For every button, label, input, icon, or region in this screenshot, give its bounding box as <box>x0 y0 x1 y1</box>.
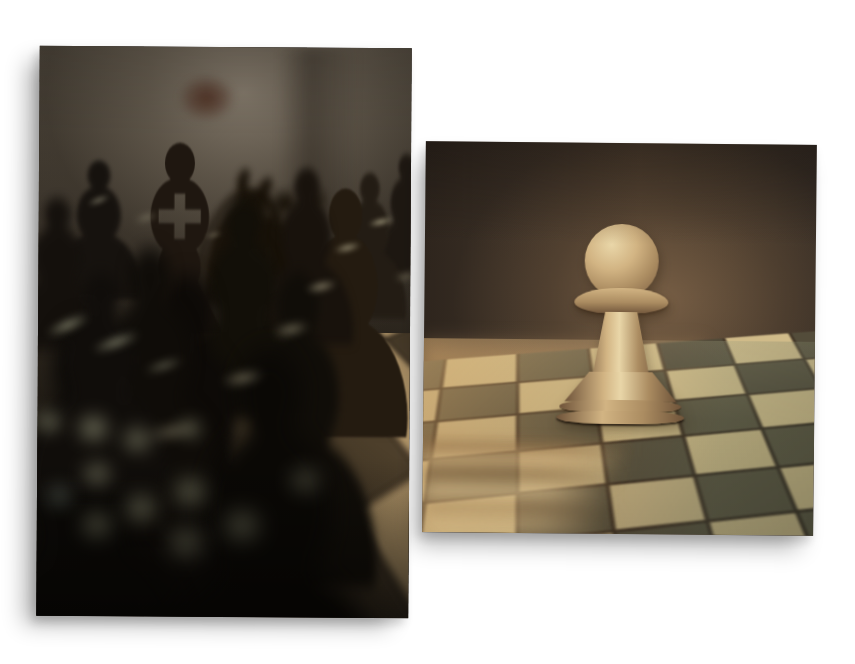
bokeh-highlight <box>36 402 71 442</box>
right-photo <box>422 141 817 536</box>
bokeh-highlight <box>67 405 119 451</box>
bokeh-highlight <box>114 484 168 532</box>
bokeh-highlight <box>211 500 271 552</box>
haze-band <box>422 482 610 504</box>
haze-band <box>422 514 602 534</box>
bokeh-highlight <box>128 207 166 228</box>
bokeh-highlight <box>326 236 368 258</box>
pawn-collar <box>574 287 668 314</box>
bokeh-highlight <box>156 517 214 567</box>
bokeh-highlight <box>80 324 153 362</box>
bokeh-highlight <box>161 466 217 516</box>
bokeh-highlight <box>200 227 227 243</box>
gallery-wall: ♟♟♞♝♜♟♟♟♟♟♟♟♟♟♟♟ <box>0 0 855 664</box>
right-canvas-panel <box>422 141 817 536</box>
bokeh-highlight <box>297 275 345 300</box>
bokeh-highlight <box>135 351 194 380</box>
left-canvas-panel: ♟♟♞♝♜♟♟♟♟♟♟♟♟♟♟♟ <box>36 46 411 618</box>
bokeh-highlight <box>36 306 101 345</box>
bokeh-highlight <box>389 266 412 286</box>
bokeh-highlight <box>81 189 116 211</box>
bokeh-highlight <box>37 476 81 516</box>
bokeh-highlight <box>263 315 319 343</box>
pawn-flare <box>564 371 676 402</box>
pawn-base-lower <box>556 410 684 424</box>
bokeh-highlight <box>280 460 330 502</box>
white-pawn <box>545 223 697 424</box>
bokeh-highlights-layer <box>36 46 411 618</box>
bokeh-highlight <box>210 362 275 394</box>
pawn-body <box>581 311 662 374</box>
haze-band <box>423 453 626 471</box>
bokeh-highlight <box>362 212 400 232</box>
left-photo: ♟♟♞♝♜♟♟♟♟♟♟♟♟♟♟♟ <box>36 46 411 618</box>
